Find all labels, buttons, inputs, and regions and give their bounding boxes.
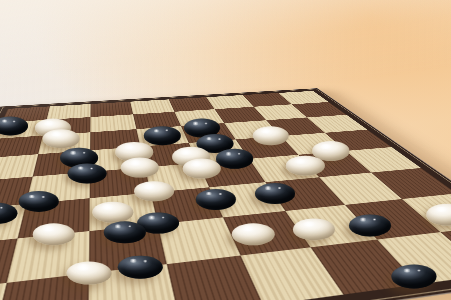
white-stone[interactable]: ○ — [92, 201, 133, 222]
black-stone[interactable]: ● — [349, 214, 391, 236]
black-stone[interactable]: ● — [196, 188, 236, 209]
white-stone[interactable]: ○ — [293, 219, 335, 241]
white-stone[interactable]: ○ — [426, 204, 451, 226]
black-stone[interactable]: ● — [391, 265, 436, 288]
black-stone[interactable]: ● — [18, 191, 59, 212]
white-stone[interactable]: ○ — [252, 126, 289, 145]
white-stone[interactable]: ○ — [121, 158, 159, 178]
black-stone[interactable]: ● — [68, 163, 107, 183]
white-stone[interactable]: ○ — [134, 181, 174, 202]
white-stone[interactable]: ○ — [232, 223, 275, 245]
black-stone[interactable]: ● — [104, 221, 146, 243]
white-stone[interactable]: ○ — [43, 129, 80, 148]
black-stone[interactable]: ● — [0, 117, 28, 136]
black-stone[interactable]: ● — [144, 126, 180, 145]
black-stone[interactable]: ● — [216, 149, 254, 169]
photo-scene: ●○●○●○●○●○●○○●○○●○●●●○○●●○○○●○●● — [0, 0, 451, 300]
stones-layer: ●○●○●○●○●○●○○●○○●○●●●○○●●○○○●○●● — [0, 0, 451, 300]
white-stone[interactable]: ○ — [286, 156, 324, 176]
white-stone[interactable]: ○ — [66, 261, 111, 284]
white-stone[interactable]: ○ — [32, 223, 75, 245]
white-stone[interactable]: ○ — [182, 159, 221, 179]
black-stone[interactable]: ● — [255, 183, 295, 204]
black-stone[interactable]: ● — [0, 203, 17, 224]
black-stone[interactable]: ● — [118, 255, 163, 278]
